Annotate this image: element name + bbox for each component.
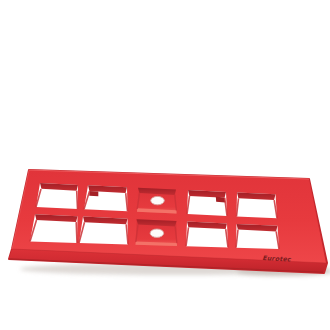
through-hole-r1c1 xyxy=(36,183,78,209)
pocket-center-hole xyxy=(151,196,165,204)
through-hole-r2c4 xyxy=(186,222,228,248)
recessed-pocket-r2c3 xyxy=(136,219,178,246)
through-hole-r1c4 xyxy=(187,190,227,216)
recessed-pocket-r1c3 xyxy=(137,188,177,214)
brand-text: Eurotec xyxy=(262,254,292,262)
pocket-center-hole xyxy=(150,229,164,237)
through-hole-r1c5 xyxy=(237,193,278,219)
spacer-plate-illustration: Eurotec xyxy=(0,0,330,330)
corner-notch-tab xyxy=(89,191,98,196)
through-hole-r2c5 xyxy=(236,224,279,249)
product-photo: Eurotec xyxy=(0,0,330,330)
through-hole-r2c2 xyxy=(79,217,128,245)
through-hole-r1c2 xyxy=(84,185,128,211)
through-hole-r2c1 xyxy=(30,214,78,243)
